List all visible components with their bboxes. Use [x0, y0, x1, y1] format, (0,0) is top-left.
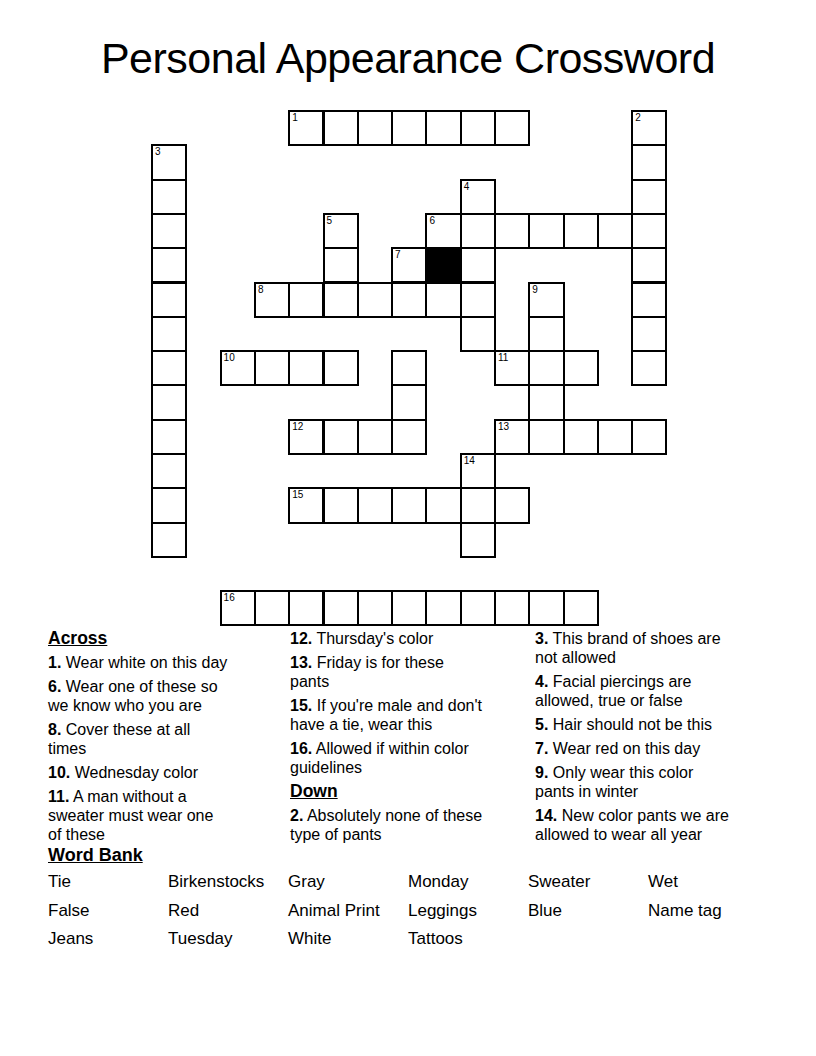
grid-cell[interactable]: [631, 316, 667, 352]
crossword-grid: 12345678910111213141516: [151, 110, 671, 630]
grid-cell[interactable]: 15: [288, 487, 324, 523]
grid-cell[interactable]: [288, 590, 324, 626]
grid-cell[interactable]: 7: [391, 247, 427, 283]
word-bank-item: Name tag: [648, 901, 768, 930]
clue-number-label: 2.: [290, 807, 303, 824]
grid-cell[interactable]: [425, 487, 461, 523]
clue-number-label: 1.: [48, 654, 61, 671]
clue-number: 14: [464, 455, 475, 467]
grid-cell[interactable]: [151, 453, 187, 489]
grid-cell[interactable]: [323, 247, 359, 283]
word-bank-item: Leggings: [408, 901, 528, 930]
clue-across-13: 13. Friday is for these pants: [290, 653, 486, 691]
grid-cell[interactable]: [460, 213, 496, 249]
clue-number-label: 8.: [48, 721, 61, 738]
grid-cell[interactable]: [357, 419, 393, 455]
grid-cell[interactable]: 12: [288, 419, 324, 455]
grid-cell[interactable]: [494, 487, 530, 523]
grid-cell[interactable]: [597, 419, 633, 455]
clue-number-label: 5.: [535, 716, 548, 733]
word-bank-item: White: [288, 929, 408, 958]
grid-cell[interactable]: [288, 282, 324, 318]
page-title: Personal Appearance Crossword: [0, 34, 816, 83]
grid-cell[interactable]: [460, 110, 496, 146]
grid-cell[interactable]: [323, 110, 359, 146]
clue-number: 16: [224, 592, 235, 604]
grid-cell[interactable]: [631, 144, 667, 180]
clue-down-5: 5. Hair should not be this: [535, 715, 729, 734]
grid-cell[interactable]: [151, 316, 187, 352]
word-bank-item: Birkenstocks: [168, 872, 288, 901]
clue-down-9: 9. Only wear this color pants in winter: [535, 763, 729, 801]
clue-number-label: 4.: [535, 673, 548, 690]
clue-number: 2: [635, 112, 641, 124]
word-bank-item: Animal Print: [288, 901, 408, 930]
grid-cell[interactable]: [151, 213, 187, 249]
clue-down-2: 2. Absolutely none of these type of pant…: [290, 806, 486, 844]
grid-cell[interactable]: [391, 590, 427, 626]
clue-number: 9: [532, 284, 538, 296]
grid-cell[interactable]: [494, 110, 530, 146]
grid-cell[interactable]: [563, 419, 599, 455]
grid-cell[interactable]: [151, 282, 187, 318]
grid-cell[interactable]: [391, 110, 427, 146]
grid-cell[interactable]: [323, 487, 359, 523]
grid-cell[interactable]: [528, 419, 564, 455]
grid-cell[interactable]: 5: [323, 213, 359, 249]
clue-number: 7: [395, 249, 401, 261]
clue-across-12: 12. Thursday's color: [290, 629, 486, 648]
grid-cell[interactable]: [494, 213, 530, 249]
grid-cell[interactable]: 9: [528, 282, 564, 318]
word-bank-item: Monday: [408, 872, 528, 901]
grid-cell[interactable]: [425, 282, 461, 318]
grid-cell[interactable]: [151, 247, 187, 283]
grid-cell[interactable]: [460, 247, 496, 283]
grid-cell[interactable]: [631, 213, 667, 249]
grid-cell[interactable]: 13: [494, 419, 530, 455]
grid-cell[interactable]: [151, 384, 187, 420]
clue-across-16: 16. Allowed if within color guidelines: [290, 739, 486, 777]
clue-number-label: 10.: [48, 764, 70, 781]
clue-number: 13: [498, 421, 509, 433]
word-bank-item: Gray: [288, 872, 408, 901]
clue-across-8: 8. Cover these at all times: [48, 720, 230, 758]
clue-number-label: 15.: [290, 697, 312, 714]
grid-cell[interactable]: [323, 350, 359, 386]
word-bank-header: Word Bank: [48, 845, 143, 866]
clue-number-label: 3.: [535, 630, 548, 647]
grid-cell[interactable]: [357, 110, 393, 146]
word-bank-item: Jeans: [48, 929, 168, 958]
word-bank-item: Tattoos: [408, 929, 528, 958]
clue-number: 12: [292, 421, 303, 433]
clue-number-label: 13.: [290, 654, 312, 671]
down-header: Down: [290, 782, 486, 801]
grid-cell[interactable]: [391, 282, 427, 318]
grid-cell[interactable]: [254, 350, 290, 386]
grid-cell[interactable]: 3: [151, 144, 187, 180]
clue-number: 4: [464, 181, 470, 193]
grid-cell[interactable]: [357, 487, 393, 523]
grid-cell[interactable]: [357, 282, 393, 318]
grid-cell[interactable]: [494, 590, 530, 626]
clue-number: 10: [224, 352, 235, 364]
word-bank-item: Wet: [648, 872, 768, 901]
word-bank-item: Red: [168, 901, 288, 930]
clue-number: 3: [155, 146, 161, 158]
clues-column-3: 3. This brand of shoes are not allowed4.…: [535, 629, 729, 849]
grid-cell[interactable]: [563, 350, 599, 386]
word-bank-item: Blue: [528, 901, 648, 930]
word-bank-item: False: [48, 901, 168, 930]
grid-cell[interactable]: [631, 419, 667, 455]
grid-cell[interactable]: [460, 522, 496, 558]
grid-cell[interactable]: [528, 590, 564, 626]
grid-cell[interactable]: [151, 179, 187, 215]
word-bank: TieBirkenstocksGrayMondaySweaterWetFalse…: [48, 872, 768, 958]
grid-cell[interactable]: [563, 213, 599, 249]
grid-cell[interactable]: [391, 350, 427, 386]
grid-cell[interactable]: 2: [631, 110, 667, 146]
clue-across-15: 15. If you're male and don't have a tie,…: [290, 696, 486, 734]
grid-cell[interactable]: [460, 590, 496, 626]
grid-cell[interactable]: 11: [494, 350, 530, 386]
clue-number: 8: [258, 284, 264, 296]
clue-number: 6: [429, 215, 435, 227]
grid-cell[interactable]: [631, 282, 667, 318]
grid-cell[interactable]: 16: [220, 590, 256, 626]
clue-down-4: 4. Facial piercings are allowed, true or…: [535, 672, 729, 710]
clue-number-label: 16.: [290, 740, 312, 757]
clue-number: 1: [292, 112, 298, 124]
grid-cell[interactable]: [528, 350, 564, 386]
grid-cell[interactable]: [528, 384, 564, 420]
clue-across-6: 6. Wear one of these so we know who you …: [48, 677, 230, 715]
clue-number-label: 12.: [290, 630, 312, 647]
clue-number-label: 14.: [535, 807, 557, 824]
grid-cell[interactable]: [323, 282, 359, 318]
grid-cell[interactable]: [528, 213, 564, 249]
grid-cell[interactable]: [528, 316, 564, 352]
grid-cell[interactable]: 4: [460, 179, 496, 215]
clue-number-label: 11.: [48, 788, 69, 805]
grid-cell[interactable]: 8: [254, 282, 290, 318]
grid-cell[interactable]: [460, 316, 496, 352]
grid-cell[interactable]: [391, 384, 427, 420]
clue-number: 5: [327, 215, 333, 227]
grid-cell[interactable]: [391, 419, 427, 455]
clue-number-label: 9.: [535, 764, 548, 781]
clue-number: 15: [292, 489, 303, 501]
word-bank-item: Tuesday: [168, 929, 288, 958]
clue-number: 11: [498, 352, 508, 364]
grid-cell[interactable]: [597, 213, 633, 249]
word-bank-item: Sweater: [528, 872, 648, 901]
grid-cell[interactable]: [151, 350, 187, 386]
grid-cell[interactable]: [323, 419, 359, 455]
grid-cell[interactable]: 1: [288, 110, 324, 146]
grid-cell[interactable]: [151, 419, 187, 455]
grid-cell[interactable]: [631, 247, 667, 283]
clue-down-3: 3. This brand of shoes are not allowed: [535, 629, 729, 667]
grid-cell[interactable]: [357, 590, 393, 626]
clue-number-label: 6.: [48, 678, 61, 695]
grid-cell[interactable]: 10: [220, 350, 256, 386]
grid-cell[interactable]: 14: [460, 453, 496, 489]
clue-number-label: 7.: [535, 740, 548, 757]
grid-cell[interactable]: [323, 590, 359, 626]
clue-down-7: 7. Wear red on this day: [535, 739, 729, 758]
clues-column-1: Across1. Wear white on this day6. Wear o…: [48, 629, 230, 849]
grid-cell[interactable]: [460, 282, 496, 318]
across-header: Across: [48, 629, 230, 648]
grid-cell[interactable]: [254, 590, 290, 626]
clues-column-2: 12. Thursday's color13. Friday is for th…: [290, 629, 486, 849]
grid-cell[interactable]: [391, 487, 427, 523]
grid-cell[interactable]: [288, 350, 324, 386]
grid-cell-black: [425, 247, 461, 283]
grid-cell[interactable]: [151, 522, 187, 558]
grid-cell[interactable]: [631, 179, 667, 215]
grid-cell[interactable]: [460, 487, 496, 523]
clue-down-14: 14. New color pants we are allowed to we…: [535, 806, 729, 844]
page: Personal Appearance Crossword 1234567891…: [0, 0, 816, 1056]
clue-across-1: 1. Wear white on this day: [48, 653, 230, 672]
clue-across-10: 10. Wednesday color: [48, 763, 230, 782]
grid-cell[interactable]: 6: [425, 213, 461, 249]
grid-cell[interactable]: [425, 590, 461, 626]
grid-cell[interactable]: [631, 350, 667, 386]
grid-cell[interactable]: [425, 110, 461, 146]
word-bank-item: Tie: [48, 872, 168, 901]
grid-cell[interactable]: [151, 487, 187, 523]
grid-cell[interactable]: [563, 590, 599, 626]
clue-across-11: 11. A man without a sweater must wear on…: [48, 787, 230, 844]
